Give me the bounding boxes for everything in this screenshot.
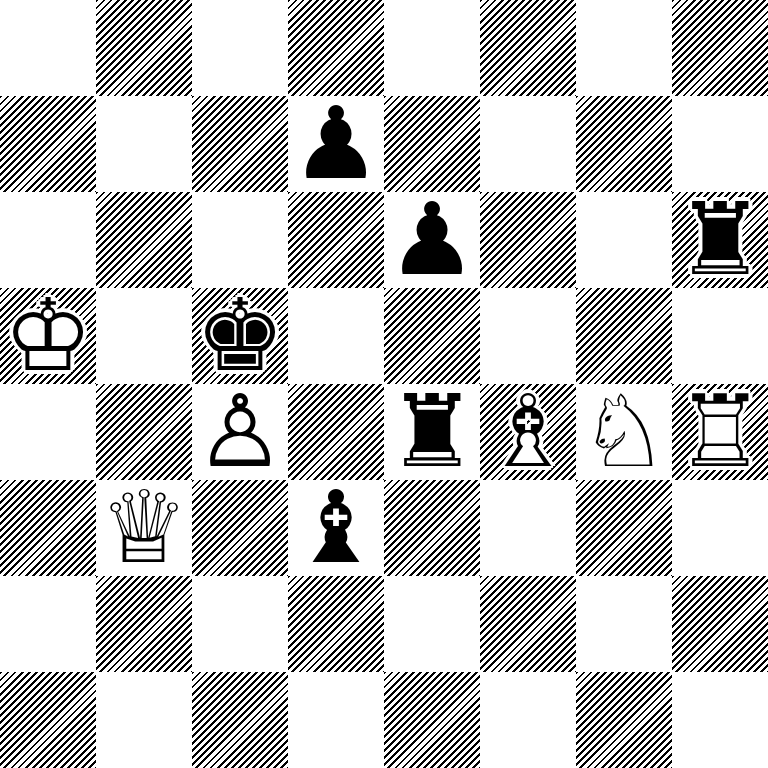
square-f2[interactable] — [480, 576, 576, 672]
square-d7[interactable]: ♟♟ — [288, 96, 384, 192]
square-a7[interactable] — [0, 96, 96, 192]
square-a5[interactable]: ♚♔ — [0, 288, 96, 384]
square-d2[interactable] — [288, 576, 384, 672]
square-e6[interactable]: ♟♟ — [384, 192, 480, 288]
square-f7[interactable] — [480, 96, 576, 192]
square-d3[interactable]: ♝♝ — [288, 480, 384, 576]
square-e3[interactable] — [384, 480, 480, 576]
square-f3[interactable] — [480, 480, 576, 576]
square-h4[interactable]: ♜♖ — [672, 384, 768, 480]
square-h6[interactable]: ♜♜ — [672, 192, 768, 288]
square-b3[interactable]: ♛♕ — [96, 480, 192, 576]
black-bishop[interactable]: ♝ — [288, 480, 384, 576]
square-e8[interactable] — [384, 0, 480, 96]
black-rook[interactable]: ♜ — [384, 384, 480, 480]
black-pawn[interactable]: ♟ — [384, 192, 480, 288]
square-a4[interactable] — [0, 384, 96, 480]
black-rook[interactable]: ♜ — [672, 192, 768, 288]
square-e1[interactable] — [384, 672, 480, 768]
square-c8[interactable] — [192, 0, 288, 96]
square-e7[interactable] — [384, 96, 480, 192]
square-h1[interactable] — [672, 672, 768, 768]
square-a3[interactable] — [0, 480, 96, 576]
square-c1[interactable] — [192, 672, 288, 768]
square-h3[interactable] — [672, 480, 768, 576]
square-c7[interactable] — [192, 96, 288, 192]
white-bishop[interactable]: ♗ — [480, 384, 576, 480]
square-d6[interactable] — [288, 192, 384, 288]
square-c5[interactable]: ♚♚ — [192, 288, 288, 384]
chess-board: ♟♟♟♟♜♜♚♔♚♚♟♙♜♜♝♗♞♘♜♖♛♕♝♝ — [0, 0, 768, 768]
square-a8[interactable] — [0, 0, 96, 96]
square-h5[interactable] — [672, 288, 768, 384]
square-f8[interactable] — [480, 0, 576, 96]
square-h2[interactable] — [672, 576, 768, 672]
square-d8[interactable] — [288, 0, 384, 96]
square-a2[interactable] — [0, 576, 96, 672]
square-g6[interactable] — [576, 192, 672, 288]
square-c2[interactable] — [192, 576, 288, 672]
white-queen[interactable]: ♕ — [96, 480, 192, 576]
square-a1[interactable] — [0, 672, 96, 768]
square-b6[interactable] — [96, 192, 192, 288]
square-c4[interactable]: ♟♙ — [192, 384, 288, 480]
square-f5[interactable] — [480, 288, 576, 384]
square-b7[interactable] — [96, 96, 192, 192]
square-d1[interactable] — [288, 672, 384, 768]
square-g7[interactable] — [576, 96, 672, 192]
white-king[interactable]: ♔ — [0, 288, 96, 384]
square-c3[interactable] — [192, 480, 288, 576]
square-d4[interactable] — [288, 384, 384, 480]
white-knight[interactable]: ♘ — [576, 384, 672, 480]
square-h7[interactable] — [672, 96, 768, 192]
square-g2[interactable] — [576, 576, 672, 672]
square-f4[interactable]: ♝♗ — [480, 384, 576, 480]
square-g8[interactable] — [576, 0, 672, 96]
square-b1[interactable] — [96, 672, 192, 768]
square-e5[interactable] — [384, 288, 480, 384]
square-b8[interactable] — [96, 0, 192, 96]
square-b2[interactable] — [96, 576, 192, 672]
square-g3[interactable] — [576, 480, 672, 576]
black-pawn[interactable]: ♟ — [288, 96, 384, 192]
square-e2[interactable] — [384, 576, 480, 672]
square-b5[interactable] — [96, 288, 192, 384]
square-b4[interactable] — [96, 384, 192, 480]
white-rook[interactable]: ♖ — [672, 384, 768, 480]
white-pawn[interactable]: ♙ — [192, 384, 288, 480]
square-g1[interactable] — [576, 672, 672, 768]
square-e4[interactable]: ♜♜ — [384, 384, 480, 480]
square-f1[interactable] — [480, 672, 576, 768]
square-f6[interactable] — [480, 192, 576, 288]
square-c6[interactable] — [192, 192, 288, 288]
square-g4[interactable]: ♞♘ — [576, 384, 672, 480]
square-a6[interactable] — [0, 192, 96, 288]
square-g5[interactable] — [576, 288, 672, 384]
square-h8[interactable] — [672, 0, 768, 96]
square-d5[interactable] — [288, 288, 384, 384]
black-king[interactable]: ♚ — [192, 288, 288, 384]
